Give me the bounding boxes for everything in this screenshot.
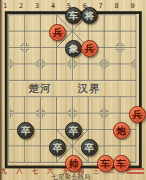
bottom-col-label: 八: [13, 167, 25, 175]
piece-red-cannon[interactable]: 炮: [113, 122, 130, 139]
river-label-right: 汉界: [76, 82, 102, 95]
piece-black-elephant[interactable]: 象: [65, 40, 82, 57]
piece-red-soldier[interactable]: 兵: [81, 40, 98, 57]
top-col-label: 2: [15, 2, 27, 10]
piece-black-soldier[interactable]: 卒: [81, 139, 98, 156]
top-col-label: 7: [95, 2, 107, 10]
xiangqi-board-screenshot: 楚河 汉界 七星聚会残局 123456789九八七六五四三二一车将兵象兵兵卒卒炮…: [0, 0, 146, 180]
piece-red-soldier[interactable]: 兵: [49, 24, 66, 41]
left-edge-shadow: [0, 0, 3, 180]
piece-black-general[interactable]: 将: [81, 7, 98, 24]
top-col-label: 9: [127, 2, 139, 10]
top-col-label: 8: [111, 2, 123, 10]
bottom-col-label: 六: [44, 167, 56, 175]
piece-red-soldier[interactable]: 兵: [129, 106, 146, 123]
piece-red-general[interactable]: 帅: [65, 155, 82, 172]
board-grid: [0, 0, 146, 180]
piece-black-soldier[interactable]: 卒: [49, 139, 66, 156]
top-col-label: 3: [31, 2, 43, 10]
top-col-label: 4: [47, 2, 59, 10]
piece-red-chariot[interactable]: 车: [97, 155, 114, 172]
bottom-col-label: 七: [29, 167, 41, 175]
piece-black-soldier[interactable]: 卒: [65, 122, 82, 139]
piece-red-chariot[interactable]: 车: [113, 155, 130, 172]
river-label-left: 楚河: [27, 82, 53, 95]
